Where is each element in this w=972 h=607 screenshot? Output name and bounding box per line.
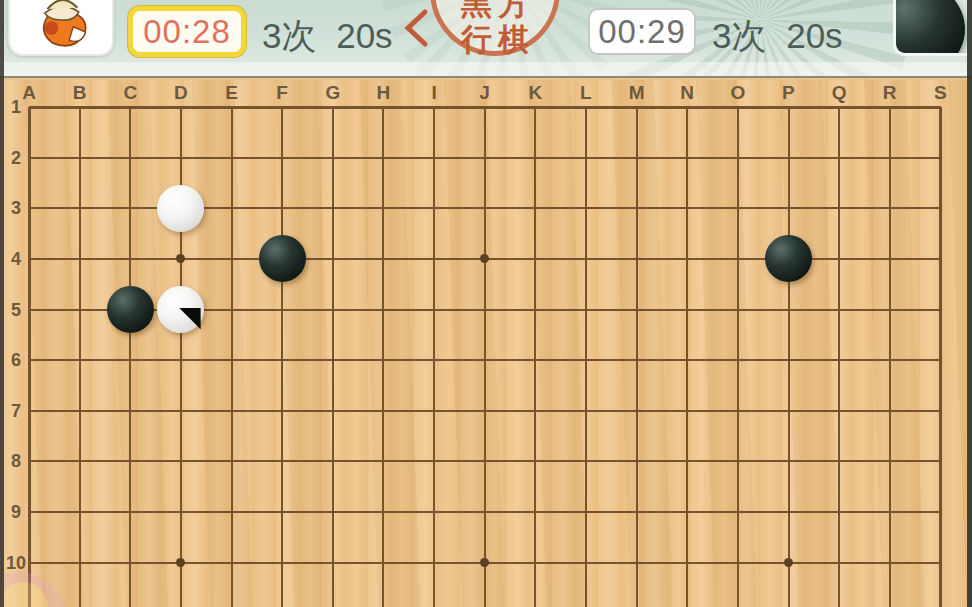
stone-black-F4 [259, 235, 306, 282]
grid-line-col-G [332, 107, 334, 607]
row-label-2: 2 [4, 147, 28, 168]
grid-line-row-2 [29, 157, 941, 159]
screen-edge-right [967, 0, 972, 607]
star-point-P10 [784, 558, 793, 567]
stone-white-D3 [157, 185, 204, 232]
grid-line-row-9 [29, 511, 941, 513]
grid-line-col-F [281, 107, 283, 607]
star-point-J4 [480, 254, 489, 263]
left-player-timer: 00:28 [128, 6, 246, 57]
stone-white-D5 [157, 286, 204, 333]
row-label-6: 6 [4, 350, 28, 371]
star-point-J10 [480, 558, 489, 567]
star-point-D10 [176, 558, 185, 567]
grid-line-col-S [939, 107, 942, 607]
row-label-7: 7 [4, 400, 28, 421]
grid-line-row-1 [29, 106, 941, 109]
right-player-avatar[interactable] [893, 0, 972, 56]
grid-line-col-C [129, 107, 131, 607]
col-label-M: M [629, 82, 645, 104]
grid-line-col-H [382, 107, 384, 607]
col-label-G: G [325, 82, 340, 104]
grid-line-col-O [737, 107, 739, 607]
row-label-4: 4 [4, 248, 28, 269]
grid-line-col-N [686, 107, 688, 607]
row-label-1: 1 [4, 97, 28, 118]
seal-line2: 行棋 [435, 19, 555, 61]
col-label-D: D [174, 82, 188, 104]
grid-line-col-P [788, 107, 790, 607]
grid-line-col-R [889, 107, 891, 607]
turn-indicator-seal: 黑方 行棋 [430, 0, 560, 56]
screen-edge-left [0, 0, 4, 607]
top-bar: 00:28 3次 20s 黑方 行棋 00:29 3次 20s [0, 0, 972, 78]
grid-line-row-7 [29, 410, 941, 412]
left-player-avatar[interactable] [8, 0, 114, 56]
col-label-Q: Q [832, 82, 847, 104]
col-label-N: N [680, 82, 694, 104]
col-label-C: C [123, 82, 137, 104]
right-player-timer: 00:29 [588, 8, 696, 55]
col-label-I: I [431, 82, 436, 104]
col-label-L: L [580, 82, 592, 104]
grid-line-col-K [534, 107, 536, 607]
col-label-B: B [73, 82, 87, 104]
row-label-10: 10 [4, 552, 28, 573]
seal-tail-mark [403, 8, 429, 48]
col-label-J: J [479, 82, 490, 104]
grid-line-col-Q [838, 107, 840, 607]
left-player-periods: 3次 20s [262, 13, 393, 60]
stone-black-C5 [107, 286, 154, 333]
grid-line-col-E [231, 107, 233, 607]
col-label-S: S [934, 82, 947, 104]
col-label-O: O [730, 82, 745, 104]
last-move-marker [179, 308, 201, 330]
col-label-E: E [225, 82, 238, 104]
col-label-K: K [528, 82, 542, 104]
stone-black-P4 [765, 235, 812, 282]
grid-line-col-B [79, 107, 81, 607]
black-stone-icon [893, 0, 965, 56]
col-label-R: R [883, 82, 897, 104]
star-point-D4 [176, 254, 185, 263]
right-player-periods: 3次 20s [712, 13, 843, 60]
col-label-P: P [782, 82, 795, 104]
grid-line-col-I [433, 107, 435, 607]
grid-line-col-D [180, 107, 182, 607]
row-label-8: 8 [4, 451, 28, 472]
app-screen: 00:28 3次 20s 黑方 行棋 00:29 3次 20s ABCDEFGH… [0, 0, 972, 607]
row-label-5: 5 [4, 299, 28, 320]
row-label-3: 3 [4, 198, 28, 219]
grid-line-row-6 [29, 359, 941, 361]
grid-line-col-M [636, 107, 638, 607]
row-label-9: 9 [4, 502, 28, 523]
go-board[interactable]: ABCDEFGHIJKLMNOPQRS12345678910 [0, 80, 972, 607]
col-label-F: F [276, 82, 288, 104]
grid-line-col-L [585, 107, 587, 607]
grid-line-row-8 [29, 460, 941, 462]
grid-line-col-J [484, 107, 486, 607]
fox-mascot-icon [10, 0, 112, 54]
col-label-H: H [377, 82, 391, 104]
